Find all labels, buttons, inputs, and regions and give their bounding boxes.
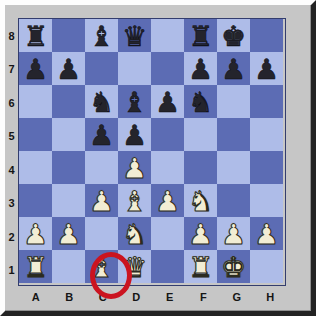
square-b2[interactable]: ♟: [52, 217, 85, 250]
square-a7[interactable]: ♟: [19, 52, 52, 85]
square-b7[interactable]: ♟: [52, 52, 85, 85]
file-label-g: G: [220, 288, 254, 306]
square-e1[interactable]: [151, 250, 184, 283]
square-g8[interactable]: ♚: [217, 19, 250, 52]
square-e6[interactable]: ♟: [151, 85, 184, 118]
piece-black-pawn[interactable]: ♟: [56, 53, 81, 86]
rank-label-1: 1: [5, 254, 18, 288]
piece-white-rook[interactable]: ♜: [188, 251, 213, 284]
file-label-b: B: [53, 288, 87, 306]
square-c7[interactable]: [85, 52, 118, 85]
square-c5[interactable]: ♟: [85, 118, 118, 151]
square-a3[interactable]: [19, 184, 52, 217]
rank-label-8: 8: [5, 19, 18, 53]
square-a2[interactable]: ♟: [19, 217, 52, 250]
square-h6[interactable]: [250, 85, 283, 118]
piece-white-pawn[interactable]: ♟: [254, 218, 279, 251]
square-f4[interactable]: [184, 151, 217, 184]
file-label-d: D: [120, 288, 154, 306]
square-d2[interactable]: ♞: [118, 217, 151, 250]
square-g2[interactable]: ♟: [217, 217, 250, 250]
piece-black-rook[interactable]: ♜: [188, 20, 213, 53]
piece-white-queen[interactable]: ♛: [122, 251, 147, 284]
square-e4[interactable]: [151, 151, 184, 184]
chess-board[interactable]: ♜♝♛♜♚♟♟♟♟♟♞♝♟♞♟♟♟♟♝♟♞♟♟♞♟♟♟♜♝♛♜♚: [18, 18, 286, 286]
square-d6[interactable]: ♝: [118, 85, 151, 118]
square-f3[interactable]: ♞: [184, 184, 217, 217]
square-h4[interactable]: [250, 151, 283, 184]
square-d5[interactable]: ♟: [118, 118, 151, 151]
piece-black-bishop[interactable]: ♝: [122, 86, 147, 119]
piece-white-pawn[interactable]: ♟: [122, 152, 147, 185]
square-h7[interactable]: ♟: [250, 52, 283, 85]
piece-white-pawn[interactable]: ♟: [23, 218, 48, 251]
rank-label-7: 7: [5, 53, 18, 87]
square-h5[interactable]: [250, 118, 283, 151]
file-label-e: E: [153, 288, 187, 306]
square-a5[interactable]: [19, 118, 52, 151]
square-a8[interactable]: ♜: [19, 19, 52, 52]
square-b1[interactable]: [52, 250, 85, 283]
square-e7[interactable]: [151, 52, 184, 85]
piece-black-rook[interactable]: ♜: [23, 20, 48, 53]
rank-label-4: 4: [5, 153, 18, 187]
square-f8[interactable]: ♜: [184, 19, 217, 52]
piece-black-pawn[interactable]: ♟: [188, 53, 213, 86]
square-c4[interactable]: [85, 151, 118, 184]
piece-black-king[interactable]: ♚: [221, 20, 246, 53]
square-c6[interactable]: ♞: [85, 85, 118, 118]
piece-black-pawn[interactable]: ♟: [155, 86, 180, 119]
rank-labels: 87654321: [5, 19, 18, 287]
square-b6[interactable]: [52, 85, 85, 118]
square-g6[interactable]: [217, 85, 250, 118]
square-b4[interactable]: [52, 151, 85, 184]
piece-white-knight[interactable]: ♞: [188, 185, 213, 218]
square-d3[interactable]: ♝: [118, 184, 151, 217]
square-b8[interactable]: [52, 19, 85, 52]
file-label-c: C: [86, 288, 120, 306]
file-label-h: H: [254, 288, 288, 306]
square-b5[interactable]: [52, 118, 85, 151]
square-c3[interactable]: ♟: [85, 184, 118, 217]
rank-label-6: 6: [5, 86, 18, 120]
square-a6[interactable]: [19, 85, 52, 118]
piece-black-knight[interactable]: ♞: [188, 86, 213, 119]
square-g3[interactable]: [217, 184, 250, 217]
square-h2[interactable]: ♟: [250, 217, 283, 250]
square-f6[interactable]: ♞: [184, 85, 217, 118]
square-d8[interactable]: ♛: [118, 19, 151, 52]
piece-white-pawn[interactable]: ♟: [89, 185, 114, 218]
square-g1[interactable]: ♚: [217, 250, 250, 283]
square-c1[interactable]: ♝: [85, 250, 118, 283]
square-h1[interactable]: [250, 250, 283, 283]
square-f7[interactable]: ♟: [184, 52, 217, 85]
square-c8[interactable]: ♝: [85, 19, 118, 52]
file-labels: ABCDEFGH: [19, 288, 287, 306]
square-c2[interactable]: [85, 217, 118, 250]
square-d1[interactable]: ♛: [118, 250, 151, 283]
piece-white-pawn[interactable]: ♟: [155, 185, 180, 218]
square-e5[interactable]: [151, 118, 184, 151]
square-f5[interactable]: [184, 118, 217, 151]
piece-black-queen[interactable]: ♛: [122, 20, 147, 53]
piece-white-pawn[interactable]: ♟: [221, 218, 246, 251]
square-g4[interactable]: [217, 151, 250, 184]
piece-white-rook[interactable]: ♜: [23, 251, 48, 284]
piece-black-pawn[interactable]: ♟: [254, 53, 279, 86]
square-d7[interactable]: [118, 52, 151, 85]
square-g5[interactable]: [217, 118, 250, 151]
piece-white-king[interactable]: ♚: [221, 251, 246, 284]
square-h8[interactable]: [250, 19, 283, 52]
piece-black-pawn[interactable]: ♟: [122, 119, 147, 152]
square-h3[interactable]: [250, 184, 283, 217]
piece-black-pawn[interactable]: ♟: [221, 53, 246, 86]
square-g7[interactable]: ♟: [217, 52, 250, 85]
piece-white-bishop[interactable]: ♝: [122, 185, 147, 218]
file-label-f: F: [187, 288, 221, 306]
piece-white-pawn[interactable]: ♟: [56, 218, 81, 251]
file-label-a: A: [19, 288, 53, 306]
piece-black-pawn[interactable]: ♟: [23, 53, 48, 86]
piece-black-bishop[interactable]: ♝: [89, 20, 114, 53]
square-b3[interactable]: [52, 184, 85, 217]
piece-white-knight[interactable]: ♞: [122, 218, 147, 251]
piece-white-pawn[interactable]: ♟: [188, 218, 213, 251]
piece-black-pawn[interactable]: ♟: [89, 119, 114, 152]
chessboard-frame: 87654321 ♜♝♛♜♚♟♟♟♟♟♞♝♟♞♟♟♟♟♝♟♞♟♟♞♟♟♟♜♝♛♜…: [0, 0, 316, 316]
square-a4[interactable]: [19, 151, 52, 184]
square-e2[interactable]: [151, 217, 184, 250]
square-a1[interactable]: ♜: [19, 250, 52, 283]
piece-white-bishop[interactable]: ♝: [89, 251, 114, 284]
square-e8[interactable]: [151, 19, 184, 52]
piece-black-knight[interactable]: ♞: [89, 86, 114, 119]
square-f1[interactable]: ♜: [184, 250, 217, 283]
square-f2[interactable]: ♟: [184, 217, 217, 250]
rank-label-3: 3: [5, 187, 18, 221]
square-e3[interactable]: ♟: [151, 184, 184, 217]
square-d4[interactable]: ♟: [118, 151, 151, 184]
rank-label-5: 5: [5, 120, 18, 154]
rank-label-2: 2: [5, 220, 18, 254]
